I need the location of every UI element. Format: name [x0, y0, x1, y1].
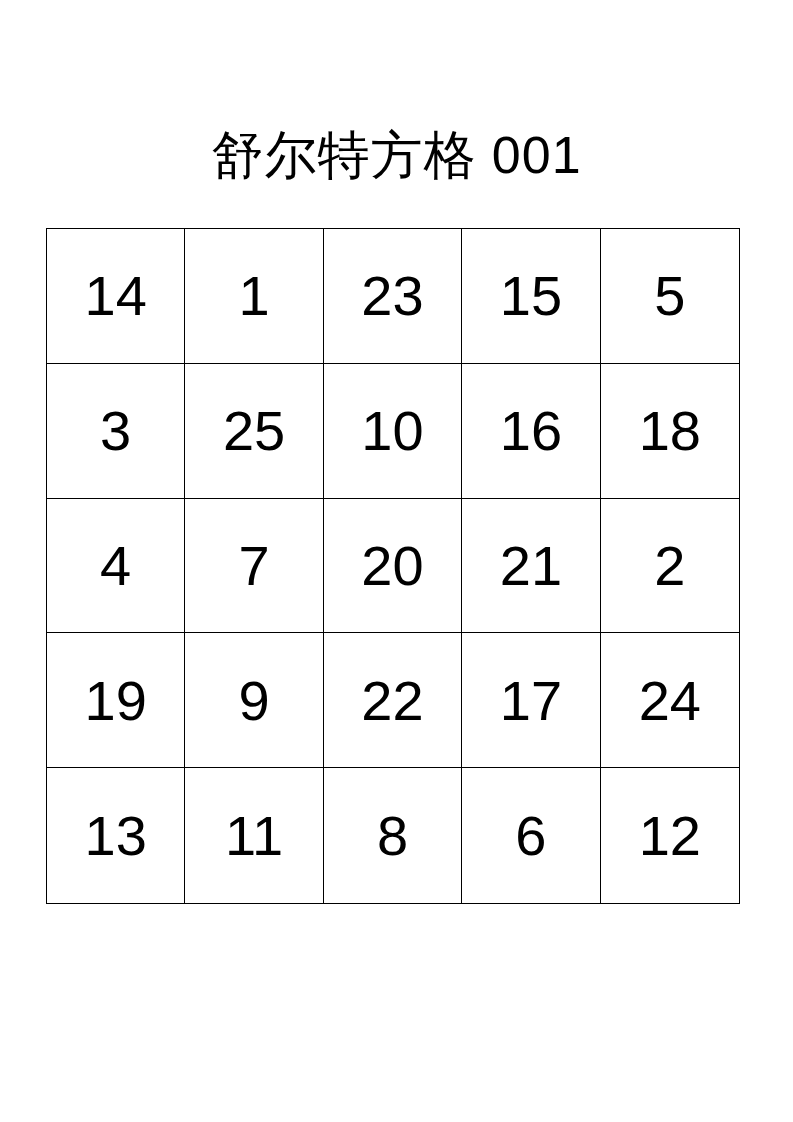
grid-cell-r5c1[interactable]: 13: [47, 768, 185, 903]
grid-cell-r3c2[interactable]: 7: [185, 499, 323, 634]
grid-cell-r3c3[interactable]: 20: [324, 499, 462, 634]
grid-cell-r1c3[interactable]: 23: [324, 229, 462, 364]
grid-cell-r2c5[interactable]: 18: [601, 364, 739, 499]
grid-cell-r4c1[interactable]: 19: [47, 633, 185, 768]
grid-cell-r4c5[interactable]: 24: [601, 633, 739, 768]
grid-cell-r4c3[interactable]: 22: [324, 633, 462, 768]
grid-cell-r5c2[interactable]: 11: [185, 768, 323, 903]
grid-cell-r2c3[interactable]: 10: [324, 364, 462, 499]
grid-cell-r2c1[interactable]: 3: [47, 364, 185, 499]
grid-cell-r3c1[interactable]: 4: [47, 499, 185, 634]
grid-cell-r4c2[interactable]: 9: [185, 633, 323, 768]
grid-cell-r5c4[interactable]: 6: [462, 768, 600, 903]
grid-cell-r2c2[interactable]: 25: [185, 364, 323, 499]
grid-cell-r3c5[interactable]: 2: [601, 499, 739, 634]
grid-cell-r1c5[interactable]: 5: [601, 229, 739, 364]
grid-cell-r4c4[interactable]: 17: [462, 633, 600, 768]
document-page: 舒尔特方格 001 141231553251016184720212199221…: [0, 0, 793, 1122]
schulte-grid: 1412315532510161847202121992217241311861…: [46, 228, 740, 904]
grid-cell-r2c4[interactable]: 16: [462, 364, 600, 499]
page-title: 舒尔特方格 001: [0, 124, 793, 186]
grid-cell-r5c3[interactable]: 8: [324, 768, 462, 903]
grid-cell-r1c2[interactable]: 1: [185, 229, 323, 364]
grid-cell-r5c5[interactable]: 12: [601, 768, 739, 903]
grid-cell-r3c4[interactable]: 21: [462, 499, 600, 634]
grid-cell-r1c1[interactable]: 14: [47, 229, 185, 364]
grid-cell-r1c4[interactable]: 15: [462, 229, 600, 364]
